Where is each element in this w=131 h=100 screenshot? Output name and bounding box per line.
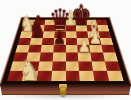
white-pawn-f4[interactable]: ♟	[77, 45, 90, 53]
black-pawn-glyph: ♟	[53, 31, 66, 46]
white-knight-glyph: ♞	[19, 58, 40, 83]
brass-clasp-icon	[60, 88, 66, 96]
pieces-layer: ♝♚♞♝♛♞♝♟♟♟♞	[7, 20, 124, 81]
black-pawn-d5[interactable]: ♟	[54, 38, 66, 45]
black-knight-glyph: ♞	[29, 20, 46, 40]
black-knight-b6[interactable]: ♞	[31, 31, 43, 38]
chess-board: ♝♚♞♝♛♞♝♟♟♟♞	[1, 18, 130, 85]
photo-background: ♝♚♞♝♛♞♝♟♟♟♞	[0, 0, 131, 100]
white-knight-b1[interactable]: ♞	[22, 71, 38, 81]
white-pawn-glyph: ♟	[77, 38, 91, 54]
